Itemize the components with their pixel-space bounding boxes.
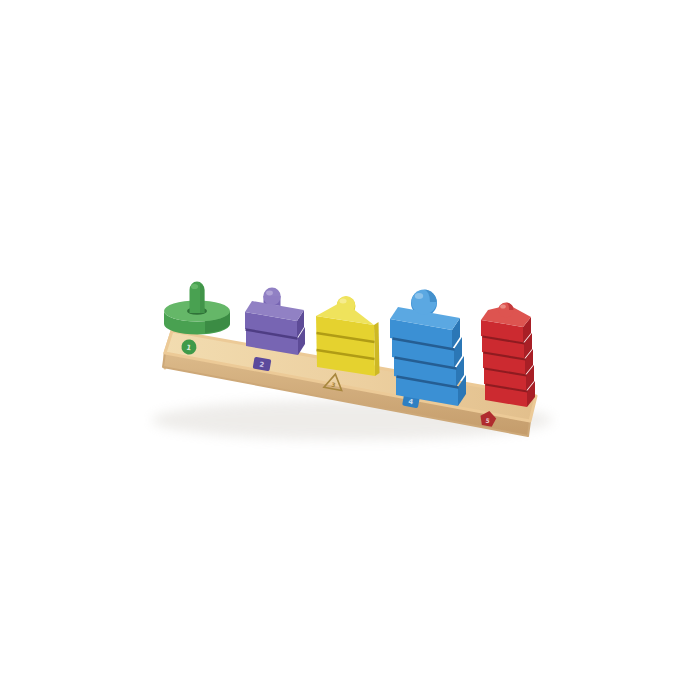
green-peg-highlight [191,284,198,289]
yellow-wedge-front-face [316,316,375,376]
toy-illustration: 1 2 3 4 5 [0,0,700,700]
yellow-peg-highlight [339,299,346,304]
yellow-peg-dome-cap [337,296,355,314]
green-peg-shade [200,284,205,314]
purple-peg-dome-cap [264,289,281,306]
purple-peg-highlight [266,291,273,296]
red-pentagon-stack [481,303,535,408]
blue-peg-highlight [415,293,423,299]
photo-canvas: 1 2 3 4 5 [0,0,700,700]
red-peg-highlight [500,305,506,309]
